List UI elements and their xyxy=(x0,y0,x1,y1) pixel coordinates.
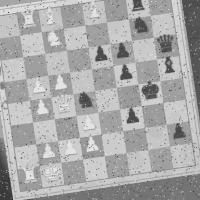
white-bishop: ♝ xyxy=(83,0,106,23)
border-marking xyxy=(0,82,4,90)
white-pawn: ♟ xyxy=(78,111,99,133)
white-pawn: ♟ xyxy=(31,96,52,118)
black-pawn: ♟ xyxy=(122,105,143,127)
square-g4: ♚ xyxy=(139,81,164,106)
black-pawn: ♟ xyxy=(115,61,136,83)
white-pawn: ♟ xyxy=(28,74,49,96)
white-king: ♚ xyxy=(39,159,64,186)
chess-photo-scene: ♜♝♝♜♞♞♟♟♛♟♟♟♝♟♛♞♚♟♟♟♟♟♟♜♚ xyxy=(0,0,200,200)
white-pawn: ♟ xyxy=(60,136,81,158)
white-rook: ♜ xyxy=(17,8,40,33)
black-bishop: ♝ xyxy=(158,53,181,78)
border-marking xyxy=(0,66,1,76)
black-pawn: ♟ xyxy=(168,120,189,142)
square-e1 xyxy=(105,153,130,178)
black-knight: ♞ xyxy=(129,13,152,38)
black-pawn: ♟ xyxy=(90,43,111,65)
square-b1: ♚ xyxy=(39,163,64,188)
white-rook: ♜ xyxy=(18,163,41,188)
square-h1 xyxy=(170,143,195,168)
board-grid: ♜♝♝♜♞♞♟♟♛♟♟♟♝♟♛♞♚♟♟♟♟♟♟♜♚ xyxy=(0,0,195,191)
black-pawn: ♟ xyxy=(112,39,133,61)
white-pawn: ♟ xyxy=(81,133,102,155)
square-a1: ♜ xyxy=(18,166,43,191)
square-d1 xyxy=(83,156,108,181)
square-c4: ♛ xyxy=(51,94,76,119)
square-f1 xyxy=(127,150,152,175)
square-c1 xyxy=(61,160,86,185)
chess-board: ♜♝♝♜♞♞♟♟♛♟♟♟♝♟♛♞♚♟♟♟♟♟♟♜♚ xyxy=(0,0,200,200)
white-knight: ♞ xyxy=(42,26,65,51)
square-g1 xyxy=(148,147,173,172)
black-king: ♚ xyxy=(138,77,163,104)
white-queen: ♛ xyxy=(51,90,76,117)
